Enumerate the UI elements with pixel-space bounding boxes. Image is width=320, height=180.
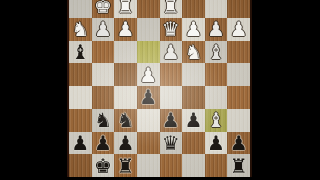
black-pawn[interactable]: ♟ — [207, 132, 225, 154]
square-e4[interactable]: ♟ — [137, 63, 160, 86]
white-rook[interactable]: ♜ — [117, 0, 135, 17]
square-e5[interactable]: ♟ — [137, 86, 160, 109]
square-h6[interactable] — [69, 109, 92, 132]
square-h4[interactable] — [69, 63, 92, 86]
square-f1[interactable]: ♜ — [114, 0, 137, 18]
square-g3[interactable] — [92, 41, 115, 64]
white-rook[interactable]: ♜ — [162, 0, 180, 17]
square-g5[interactable] — [92, 86, 115, 109]
black-pawn[interactable]: ♟ — [162, 109, 180, 131]
square-a4[interactable] — [227, 63, 250, 86]
square-b4[interactable] — [205, 63, 228, 86]
square-c6[interactable]: ♟ — [182, 109, 205, 132]
white-pawn[interactable]: ♟ — [117, 18, 135, 40]
square-b7[interactable]: ♟ — [205, 132, 228, 155]
square-c1[interactable] — [182, 0, 205, 18]
black-king[interactable]: ♚ — [94, 155, 112, 177]
square-b5[interactable] — [205, 86, 228, 109]
square-b8[interactable] — [205, 154, 228, 177]
white-bishop[interactable]: ♝ — [207, 41, 225, 63]
black-pawn[interactable]: ♟ — [139, 86, 157, 108]
black-pawn[interactable]: ♟ — [94, 132, 112, 154]
square-d7[interactable]: ♛ — [160, 132, 183, 155]
square-f6[interactable]: ♞ — [114, 109, 137, 132]
black-pawn[interactable]: ♟ — [184, 109, 202, 131]
square-d5[interactable] — [160, 86, 183, 109]
square-h5[interactable] — [69, 86, 92, 109]
black-knight[interactable]: ♞ — [117, 109, 135, 131]
square-d4[interactable] — [160, 63, 183, 86]
white-pawn[interactable]: ♟ — [139, 64, 157, 86]
square-c3[interactable]: ♞ — [182, 41, 205, 64]
black-bishop[interactable]: ♝ — [71, 41, 89, 63]
white-pawn[interactable]: ♟ — [94, 18, 112, 40]
square-g2[interactable]: ♟ — [92, 18, 115, 41]
square-f2[interactable]: ♟ — [114, 18, 137, 41]
square-b1[interactable] — [205, 0, 228, 18]
black-pawn[interactable]: ♟ — [71, 132, 89, 154]
square-h3[interactable]: ♝ — [69, 41, 92, 64]
square-d6[interactable]: ♟ — [160, 109, 183, 132]
square-e2[interactable] — [137, 18, 160, 41]
square-a7[interactable]: ♟ — [227, 132, 250, 155]
square-d1[interactable]: ♜ — [160, 0, 183, 18]
black-pawn[interactable]: ♟ — [230, 132, 248, 154]
square-g8[interactable]: ♚ — [92, 154, 115, 177]
square-e8[interactable] — [137, 154, 160, 177]
letterbox-right — [252, 0, 320, 180]
black-knight[interactable]: ♞ — [94, 109, 112, 131]
square-d2[interactable]: ♛ — [160, 18, 183, 41]
chess-board: ♚♜♜♞♟♟♛♟♟♟♝♟♞♝♟♟♞♞♟♟♝♟♟♟♛♟♟♚♜♜ — [67, 0, 252, 177]
square-c4[interactable] — [182, 63, 205, 86]
white-pawn[interactable]: ♟ — [230, 18, 248, 40]
white-knight[interactable]: ♞ — [184, 41, 202, 63]
square-e3[interactable] — [137, 41, 160, 64]
square-a8[interactable]: ♜ — [227, 154, 250, 177]
square-c7[interactable] — [182, 132, 205, 155]
square-f3[interactable] — [114, 41, 137, 64]
white-pawn[interactable]: ♟ — [184, 18, 202, 40]
white-king[interactable]: ♚ — [94, 0, 112, 17]
square-c5[interactable] — [182, 86, 205, 109]
square-e1[interactable] — [137, 0, 160, 18]
square-g7[interactable]: ♟ — [92, 132, 115, 155]
letterbox-left — [0, 0, 67, 180]
square-e6[interactable] — [137, 109, 160, 132]
square-f7[interactable]: ♟ — [114, 132, 137, 155]
white-bishop[interactable]: ♝ — [207, 109, 225, 131]
square-h2[interactable]: ♞ — [69, 18, 92, 41]
video-frame: ♚♜♜♞♟♟♛♟♟♟♝♟♞♝♟♟♞♞♟♟♝♟♟♟♛♟♟♚♜♜ — [0, 0, 320, 180]
square-a2[interactable]: ♟ — [227, 18, 250, 41]
black-rook[interactable]: ♜ — [230, 155, 248, 177]
square-e7[interactable] — [137, 132, 160, 155]
square-f5[interactable] — [114, 86, 137, 109]
square-d3[interactable]: ♟ — [160, 41, 183, 64]
square-h7[interactable]: ♟ — [69, 132, 92, 155]
square-g4[interactable] — [92, 63, 115, 86]
black-queen[interactable]: ♛ — [162, 132, 180, 154]
square-h1[interactable] — [69, 0, 92, 18]
square-f4[interactable] — [114, 63, 137, 86]
black-rook[interactable]: ♜ — [117, 155, 135, 177]
black-pawn[interactable]: ♟ — [117, 132, 135, 154]
square-g1[interactable]: ♚ — [92, 0, 115, 18]
square-b6[interactable]: ♝ — [205, 109, 228, 132]
square-a6[interactable] — [227, 109, 250, 132]
square-d8[interactable] — [160, 154, 183, 177]
white-pawn[interactable]: ♟ — [207, 18, 225, 40]
square-h8[interactable] — [69, 154, 92, 177]
square-a5[interactable] — [227, 86, 250, 109]
square-f8[interactable]: ♜ — [114, 154, 137, 177]
square-b2[interactable]: ♟ — [205, 18, 228, 41]
square-c8[interactable] — [182, 154, 205, 177]
square-g6[interactable]: ♞ — [92, 109, 115, 132]
white-knight[interactable]: ♞ — [71, 18, 89, 40]
square-a3[interactable] — [227, 41, 250, 64]
square-b3[interactable]: ♝ — [205, 41, 228, 64]
square-a1[interactable] — [227, 0, 250, 18]
white-queen[interactable]: ♛ — [162, 18, 180, 40]
white-pawn[interactable]: ♟ — [162, 41, 180, 63]
square-c2[interactable]: ♟ — [182, 18, 205, 41]
